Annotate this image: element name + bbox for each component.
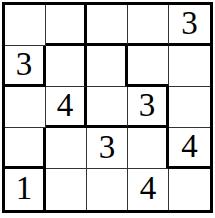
puzzle-board: 33433414 (2, 2, 213, 213)
cell-r1c2[interactable] (46, 5, 87, 46)
cell-r2c5[interactable] (169, 46, 210, 87)
cell-r1c3[interactable] (87, 5, 128, 46)
given-number: 3 (139, 89, 156, 122)
given-number: 3 (16, 48, 33, 81)
cell-r2c3[interactable] (87, 46, 128, 87)
cell-r3c1[interactable] (5, 87, 46, 128)
cell-r3c5[interactable] (169, 87, 210, 128)
cell-r4c3[interactable]: 3 (87, 128, 128, 169)
cell-r2c1[interactable]: 3 (5, 46, 46, 87)
cell-r2c4[interactable] (128, 46, 169, 87)
cell-r1c1[interactable] (5, 5, 46, 46)
cell-r5c4[interactable]: 4 (128, 169, 169, 210)
cell-r5c3[interactable] (87, 169, 128, 210)
cell-r4c4[interactable] (128, 128, 169, 169)
cell-r4c1[interactable] (5, 128, 46, 169)
given-number: 4 (140, 172, 157, 205)
given-number: 4 (181, 130, 198, 163)
cell-r3c3[interactable] (87, 87, 128, 128)
cell-r1c5[interactable]: 3 (169, 5, 210, 46)
given-number: 3 (181, 7, 198, 40)
cell-r3c2[interactable]: 4 (46, 87, 87, 128)
cell-r5c5[interactable] (169, 169, 210, 210)
cell-r5c1[interactable]: 1 (5, 169, 46, 210)
given-number: 1 (16, 172, 33, 205)
cell-r5c2[interactable] (46, 169, 87, 210)
cell-r4c5[interactable]: 4 (169, 128, 210, 169)
given-number: 4 (57, 89, 74, 122)
page: 33433414 (0, 0, 215, 213)
cell-r1c4[interactable] (128, 5, 169, 46)
given-number: 3 (99, 131, 116, 164)
cell-r4c2[interactable] (46, 128, 87, 169)
cell-r3c4[interactable]: 3 (128, 87, 169, 128)
cell-r2c2[interactable] (46, 46, 87, 87)
